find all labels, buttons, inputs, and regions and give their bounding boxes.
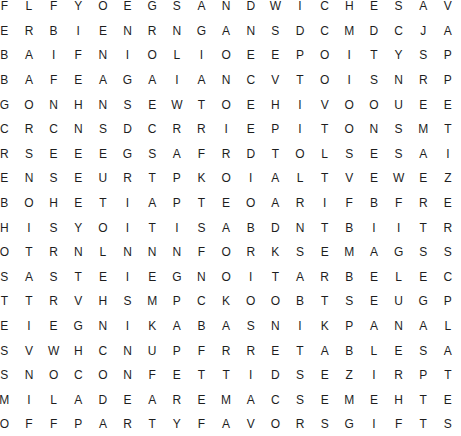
grid-cell[interactable]: O <box>337 117 362 142</box>
grid-cell[interactable]: S <box>386 0 411 19</box>
grid-cell[interactable]: S <box>288 363 313 388</box>
grid-cell[interactable]: N <box>115 338 140 363</box>
grid-cell[interactable]: N <box>288 215 313 240</box>
grid-cell[interactable]: R <box>386 363 411 388</box>
grid-cell[interactable]: I <box>362 363 387 388</box>
grid-cell[interactable]: P <box>164 191 189 216</box>
grid-cell[interactable]: D <box>238 0 263 19</box>
grid-cell[interactable]: T <box>436 363 461 388</box>
grid-cell[interactable]: E <box>66 191 91 216</box>
grid-cell[interactable]: P <box>164 289 189 314</box>
grid-cell[interactable]: I <box>214 117 239 142</box>
grid-cell[interactable]: W <box>263 0 288 19</box>
grid-cell[interactable]: N <box>17 166 42 191</box>
grid-cell[interactable]: E <box>66 68 91 93</box>
grid-cell[interactable]: S <box>436 240 461 265</box>
grid-cell[interactable]: N <box>140 240 165 265</box>
grid-cell[interactable]: S <box>41 215 66 240</box>
grid-cell[interactable]: E <box>312 363 337 388</box>
grid-cell[interactable]: S <box>115 92 140 117</box>
grid-cell[interactable]: I <box>288 0 313 19</box>
grid-cell[interactable]: N <box>91 43 116 68</box>
grid-cell[interactable]: D <box>91 388 116 413</box>
grid-cell[interactable]: R <box>214 142 239 167</box>
grid-cell[interactable]: O <box>214 265 239 290</box>
grid-cell[interactable]: Z <box>436 166 461 191</box>
grid-cell[interactable]: T <box>312 215 337 240</box>
grid-cell[interactable]: S <box>115 289 140 314</box>
grid-cell[interactable]: E <box>189 388 214 413</box>
grid-cell[interactable]: R <box>189 117 214 142</box>
grid-cell[interactable]: F <box>140 363 165 388</box>
grid-cell[interactable]: A <box>17 68 42 93</box>
grid-cell[interactable]: N <box>263 314 288 339</box>
grid-cell[interactable]: E <box>115 388 140 413</box>
grid-cell[interactable]: A <box>140 68 165 93</box>
grid-cell[interactable]: Z <box>337 363 362 388</box>
grid-cell[interactable]: T <box>17 240 42 265</box>
grid-cell[interactable]: I <box>164 68 189 93</box>
grid-cell[interactable]: C <box>386 19 411 44</box>
grid-cell[interactable]: D <box>288 19 313 44</box>
grid-cell[interactable]: T <box>189 363 214 388</box>
grid-cell[interactable]: A <box>411 0 436 19</box>
grid-cell[interactable]: T <box>436 117 461 142</box>
grid-cell[interactable]: A <box>164 314 189 339</box>
grid-cell[interactable]: A <box>214 314 239 339</box>
grid-cell[interactable]: S <box>238 314 263 339</box>
grid-cell[interactable]: N <box>238 19 263 44</box>
grid-cell[interactable]: O <box>91 0 116 19</box>
grid-cell[interactable]: F <box>66 43 91 68</box>
grid-cell[interactable]: E <box>312 388 337 413</box>
grid-cell[interactable]: A <box>263 166 288 191</box>
grid-cell[interactable]: S <box>411 43 436 68</box>
grid-cell[interactable]: N <box>164 19 189 44</box>
grid-cell[interactable]: S <box>288 388 313 413</box>
grid-cell[interactable]: O <box>91 363 116 388</box>
grid-cell[interactable]: A <box>288 265 313 290</box>
grid-cell[interactable]: E <box>238 117 263 142</box>
grid-cell[interactable]: E <box>41 142 66 167</box>
grid-cell[interactable]: E <box>362 166 387 191</box>
grid-cell[interactable]: I <box>436 142 461 167</box>
grid-cell[interactable]: E <box>66 166 91 191</box>
grid-cell[interactable]: I <box>115 43 140 68</box>
grid-cell[interactable]: F <box>189 338 214 363</box>
grid-cell[interactable]: V <box>17 338 42 363</box>
grid-cell[interactable]: I <box>115 191 140 216</box>
grid-cell[interactable]: K <box>214 289 239 314</box>
grid-cell[interactable]: T <box>263 265 288 290</box>
grid-cell[interactable]: C <box>312 0 337 19</box>
grid-cell[interactable]: S <box>0 265 17 290</box>
grid-cell[interactable]: S <box>164 0 189 19</box>
grid-cell[interactable]: L <box>288 166 313 191</box>
grid-cell[interactable]: P <box>164 338 189 363</box>
grid-cell[interactable]: S <box>0 363 17 388</box>
grid-cell[interactable]: I <box>41 43 66 68</box>
grid-cell[interactable]: T <box>312 289 337 314</box>
grid-cell[interactable]: T <box>91 191 116 216</box>
grid-cell[interactable]: R <box>238 338 263 363</box>
grid-cell[interactable]: A <box>238 388 263 413</box>
grid-cell[interactable]: R <box>238 240 263 265</box>
grid-cell[interactable]: T <box>189 191 214 216</box>
grid-cell[interactable]: U <box>386 289 411 314</box>
grid-cell[interactable]: N <box>91 314 116 339</box>
grid-cell[interactable]: C <box>66 363 91 388</box>
grid-cell[interactable]: E <box>411 265 436 290</box>
grid-cell[interactable]: A <box>362 240 387 265</box>
grid-cell[interactable]: A <box>140 191 165 216</box>
grid-cell[interactable]: N <box>66 240 91 265</box>
grid-cell[interactable]: I <box>115 265 140 290</box>
grid-cell[interactable]: E <box>362 289 387 314</box>
grid-cell[interactable]: I <box>362 412 387 436</box>
grid-cell[interactable]: A <box>189 0 214 19</box>
grid-cell[interactable]: F <box>386 191 411 216</box>
grid-cell[interactable]: K <box>140 314 165 339</box>
grid-cell[interactable]: I <box>164 215 189 240</box>
grid-cell[interactable]: W <box>164 92 189 117</box>
grid-cell[interactable]: A <box>263 191 288 216</box>
grid-cell[interactable]: E <box>436 92 461 117</box>
grid-cell[interactable]: M <box>411 117 436 142</box>
grid-cell[interactable]: R <box>140 19 165 44</box>
grid-cell[interactable]: A <box>17 265 42 290</box>
grid-cell[interactable]: E <box>312 240 337 265</box>
grid-cell[interactable]: E <box>238 43 263 68</box>
grid-cell[interactable]: L <box>312 142 337 167</box>
grid-cell[interactable]: N <box>66 117 91 142</box>
grid-cell[interactable]: R <box>17 117 42 142</box>
grid-cell[interactable]: N <box>91 92 116 117</box>
grid-cell[interactable]: R <box>115 166 140 191</box>
grid-cell[interactable]: B <box>41 19 66 44</box>
grid-cell[interactable]: F <box>337 191 362 216</box>
grid-cell[interactable]: R <box>41 240 66 265</box>
grid-cell[interactable]: W <box>386 166 411 191</box>
grid-cell[interactable]: E <box>411 166 436 191</box>
grid-cell[interactable]: O <box>0 240 17 265</box>
grid-cell[interactable]: K <box>263 240 288 265</box>
grid-cell[interactable]: S <box>362 68 387 93</box>
grid-cell[interactable]: H <box>0 215 17 240</box>
grid-cell[interactable]: P <box>436 43 461 68</box>
grid-cell[interactable]: E <box>0 166 17 191</box>
grid-cell[interactable]: V <box>263 68 288 93</box>
grid-cell[interactable]: E <box>91 19 116 44</box>
grid-cell[interactable]: O <box>337 92 362 117</box>
grid-cell[interactable]: B <box>337 338 362 363</box>
grid-cell[interactable]: O <box>312 43 337 68</box>
grid-cell[interactable]: P <box>66 412 91 436</box>
grid-cell[interactable]: A <box>91 68 116 93</box>
grid-cell[interactable]: B <box>0 191 17 216</box>
grid-cell[interactable]: U <box>386 92 411 117</box>
grid-cell[interactable]: H <box>91 289 116 314</box>
grid-cell[interactable]: C <box>41 117 66 142</box>
grid-cell[interactable]: G <box>115 142 140 167</box>
grid-cell[interactable]: B <box>189 314 214 339</box>
grid-cell[interactable]: S <box>41 166 66 191</box>
grid-cell[interactable]: C <box>0 117 17 142</box>
grid-cell[interactable]: E <box>140 265 165 290</box>
grid-cell[interactable]: E <box>91 265 116 290</box>
grid-cell[interactable]: H <box>386 388 411 413</box>
grid-cell[interactable]: A <box>436 338 461 363</box>
grid-cell[interactable]: P <box>164 166 189 191</box>
grid-cell[interactable]: H <box>66 92 91 117</box>
grid-cell[interactable]: B <box>238 215 263 240</box>
grid-cell[interactable]: R <box>288 412 313 436</box>
grid-cell[interactable]: O <box>0 412 17 436</box>
grid-cell[interactable]: A <box>214 412 239 436</box>
grid-cell[interactable]: O <box>214 166 239 191</box>
grid-cell[interactable]: R <box>17 19 42 44</box>
grid-cell[interactable]: D <box>362 19 387 44</box>
grid-cell[interactable]: E <box>91 142 116 167</box>
grid-cell[interactable]: E <box>41 314 66 339</box>
grid-cell[interactable]: O <box>362 92 387 117</box>
grid-cell[interactable]: R <box>312 265 337 290</box>
grid-cell[interactable]: E <box>0 314 17 339</box>
grid-cell[interactable]: L <box>41 388 66 413</box>
grid-cell[interactable]: F <box>189 142 214 167</box>
grid-cell[interactable]: P <box>337 314 362 339</box>
grid-cell[interactable]: B <box>362 191 387 216</box>
grid-cell[interactable]: M <box>337 19 362 44</box>
grid-cell[interactable]: Y <box>164 412 189 436</box>
grid-cell[interactable]: A <box>312 338 337 363</box>
grid-cell[interactable]: L <box>17 0 42 19</box>
grid-cell[interactable]: C <box>91 338 116 363</box>
grid-cell[interactable]: F <box>189 240 214 265</box>
grid-cell[interactable]: L <box>386 265 411 290</box>
grid-cell[interactable]: T <box>288 68 313 93</box>
grid-cell[interactable]: C <box>140 117 165 142</box>
grid-cell[interactable]: O <box>214 240 239 265</box>
grid-cell[interactable]: E <box>0 19 17 44</box>
grid-cell[interactable]: P <box>288 43 313 68</box>
grid-cell[interactable]: K <box>189 166 214 191</box>
grid-cell[interactable]: C <box>312 19 337 44</box>
grid-cell[interactable]: E <box>411 92 436 117</box>
grid-cell[interactable]: G <box>386 240 411 265</box>
grid-cell[interactable]: R <box>0 142 17 167</box>
grid-cell[interactable]: A <box>140 388 165 413</box>
grid-cell[interactable]: T <box>312 166 337 191</box>
grid-cell[interactable]: P <box>436 289 461 314</box>
grid-cell[interactable]: I <box>288 117 313 142</box>
grid-cell[interactable]: N <box>214 0 239 19</box>
grid-cell[interactable]: T <box>411 412 436 436</box>
grid-cell[interactable]: S <box>436 412 461 436</box>
grid-cell[interactable]: O <box>214 43 239 68</box>
grid-cell[interactable]: I <box>288 92 313 117</box>
grid-cell[interactable]: E <box>362 142 387 167</box>
grid-cell[interactable]: G <box>0 92 17 117</box>
grid-cell[interactable]: R <box>164 117 189 142</box>
grid-cell[interactable]: G <box>189 19 214 44</box>
grid-cell[interactable]: O <box>214 92 239 117</box>
grid-cell[interactable]: F <box>41 0 66 19</box>
grid-cell[interactable]: B <box>0 68 17 93</box>
grid-cell[interactable]: T <box>411 388 436 413</box>
grid-cell[interactable]: F <box>41 68 66 93</box>
grid-cell[interactable]: N <box>115 19 140 44</box>
grid-cell[interactable]: K <box>312 314 337 339</box>
grid-cell[interactable]: J <box>411 19 436 44</box>
grid-cell[interactable]: Y <box>66 0 91 19</box>
grid-cell[interactable]: I <box>238 265 263 290</box>
grid-cell[interactable]: G <box>140 0 165 19</box>
grid-cell[interactable]: E <box>164 363 189 388</box>
grid-cell[interactable]: I <box>17 388 42 413</box>
grid-cell[interactable]: A <box>164 142 189 167</box>
grid-cell[interactable]: T <box>263 142 288 167</box>
grid-cell[interactable]: T <box>362 43 387 68</box>
grid-cell[interactable]: V <box>436 0 461 19</box>
grid-cell[interactable]: O <box>312 68 337 93</box>
grid-cell[interactable]: R <box>288 191 313 216</box>
grid-cell[interactable]: R <box>411 68 436 93</box>
grid-cell[interactable]: I <box>115 215 140 240</box>
grid-cell[interactable]: S <box>91 117 116 142</box>
grid-cell[interactable]: B <box>337 265 362 290</box>
grid-cell[interactable]: L <box>164 43 189 68</box>
grid-cell[interactable]: F <box>41 412 66 436</box>
grid-cell[interactable]: M <box>140 289 165 314</box>
grid-cell[interactable]: V <box>238 412 263 436</box>
grid-cell[interactable]: M <box>214 388 239 413</box>
grid-cell[interactable]: O <box>288 142 313 167</box>
grid-cell[interactable]: A <box>91 412 116 436</box>
grid-cell[interactable]: I <box>386 215 411 240</box>
grid-cell[interactable]: V <box>312 92 337 117</box>
grid-cell[interactable]: E <box>263 338 288 363</box>
grid-cell[interactable]: I <box>66 19 91 44</box>
grid-cell[interactable]: E <box>140 92 165 117</box>
grid-cell[interactable]: D <box>263 215 288 240</box>
grid-cell[interactable]: S <box>17 142 42 167</box>
grid-cell[interactable]: C <box>238 68 263 93</box>
grid-cell[interactable]: O <box>238 191 263 216</box>
grid-cell[interactable]: S <box>337 142 362 167</box>
grid-cell[interactable]: I <box>288 314 313 339</box>
grid-cell[interactable]: N <box>17 363 42 388</box>
grid-cell[interactable]: A <box>436 19 461 44</box>
grid-cell[interactable]: A <box>411 314 436 339</box>
grid-cell[interactable]: M <box>337 388 362 413</box>
grid-cell[interactable]: S <box>41 265 66 290</box>
grid-cell[interactable]: S <box>189 215 214 240</box>
grid-cell[interactable]: I <box>337 43 362 68</box>
grid-cell[interactable]: D <box>238 142 263 167</box>
grid-cell[interactable]: T <box>0 289 17 314</box>
grid-cell[interactable]: R <box>214 338 239 363</box>
grid-cell[interactable]: I <box>17 215 42 240</box>
grid-cell[interactable]: N <box>386 314 411 339</box>
grid-cell[interactable]: S <box>312 412 337 436</box>
grid-cell[interactable]: I <box>312 191 337 216</box>
grid-cell[interactable]: W <box>41 338 66 363</box>
grid-cell[interactable]: V <box>66 289 91 314</box>
grid-cell[interactable]: E <box>238 92 263 117</box>
grid-cell[interactable]: Y <box>386 43 411 68</box>
grid-cell[interactable]: S <box>288 240 313 265</box>
grid-cell[interactable]: T <box>214 363 239 388</box>
grid-cell[interactable]: E <box>362 0 387 19</box>
grid-cell[interactable]: I <box>17 314 42 339</box>
grid-cell[interactable]: I <box>115 314 140 339</box>
grid-cell[interactable]: A <box>362 314 387 339</box>
grid-cell[interactable]: A <box>66 388 91 413</box>
grid-cell[interactable]: S <box>411 338 436 363</box>
grid-cell[interactable]: I <box>238 363 263 388</box>
grid-cell[interactable]: E <box>263 43 288 68</box>
grid-cell[interactable]: R <box>411 191 436 216</box>
grid-cell[interactable]: U <box>91 166 116 191</box>
grid-cell[interactable]: D <box>115 117 140 142</box>
grid-cell[interactable]: B <box>288 289 313 314</box>
grid-cell[interactable]: A <box>214 19 239 44</box>
grid-cell[interactable]: T <box>66 265 91 290</box>
grid-cell[interactable]: A <box>214 215 239 240</box>
grid-cell[interactable]: T <box>140 412 165 436</box>
grid-cell[interactable]: F <box>0 0 17 19</box>
grid-cell[interactable]: F <box>386 412 411 436</box>
grid-cell[interactable]: O <box>263 289 288 314</box>
grid-cell[interactable]: H <box>337 0 362 19</box>
grid-cell[interactable]: P <box>263 117 288 142</box>
grid-cell[interactable]: A <box>411 142 436 167</box>
grid-cell[interactable]: B <box>0 43 17 68</box>
grid-cell[interactable]: N <box>115 240 140 265</box>
grid-cell[interactable]: U <box>140 338 165 363</box>
grid-cell[interactable]: N <box>362 117 387 142</box>
grid-cell[interactable]: Y <box>66 215 91 240</box>
grid-cell[interactable]: R <box>164 388 189 413</box>
grid-cell[interactable]: O <box>263 412 288 436</box>
grid-cell[interactable]: T <box>312 117 337 142</box>
grid-cell[interactable]: R <box>436 215 461 240</box>
grid-cell[interactable]: R <box>41 289 66 314</box>
grid-cell[interactable]: T <box>140 215 165 240</box>
grid-cell[interactable]: V <box>337 166 362 191</box>
grid-cell[interactable]: A <box>17 43 42 68</box>
grid-cell[interactable]: I <box>362 215 387 240</box>
grid-cell[interactable]: S <box>386 117 411 142</box>
grid-cell[interactable]: S <box>337 289 362 314</box>
grid-cell[interactable]: T <box>189 92 214 117</box>
grid-cell[interactable]: P <box>436 68 461 93</box>
grid-cell[interactable]: G <box>115 68 140 93</box>
grid-cell[interactable]: E <box>115 0 140 19</box>
grid-cell[interactable]: G <box>411 289 436 314</box>
grid-cell[interactable]: B <box>337 215 362 240</box>
grid-cell[interactable]: H <box>263 92 288 117</box>
grid-cell[interactable]: O <box>17 92 42 117</box>
grid-cell[interactable]: E <box>362 388 387 413</box>
grid-cell[interactable]: L <box>436 314 461 339</box>
grid-cell[interactable]: E <box>386 338 411 363</box>
grid-cell[interactable]: I <box>189 43 214 68</box>
grid-cell[interactable]: I <box>238 166 263 191</box>
grid-cell[interactable]: E <box>436 191 461 216</box>
grid-cell[interactable]: M <box>337 240 362 265</box>
